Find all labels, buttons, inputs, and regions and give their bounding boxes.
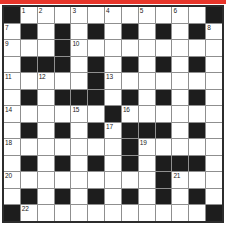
white-cell[interactable]: 13 [105,73,121,89]
clue-number: 12 [39,73,46,80]
black-cell [21,156,37,172]
crossword-page: 12345678910111213141516171819202122 [0,0,226,225]
white-cell[interactable] [156,7,172,23]
white-cell[interactable] [189,139,205,155]
black-cell [206,205,222,221]
white-cell[interactable] [71,156,87,172]
white-cell[interactable]: 20 [4,172,20,188]
white-cell[interactable] [206,57,222,73]
white-cell[interactable]: 9 [4,40,20,56]
black-cell [55,156,71,172]
white-cell[interactable]: 21 [172,172,188,188]
white-cell[interactable]: 8 [206,24,222,40]
white-cell[interactable] [172,40,188,56]
clue-number: 9 [5,40,8,47]
white-cell[interactable] [88,172,104,188]
clue-number: 22 [22,205,29,212]
white-cell[interactable] [55,205,71,221]
black-cell [21,24,37,40]
white-cell[interactable] [189,172,205,188]
white-cell[interactable] [88,106,104,122]
white-cell[interactable]: 5 [139,7,155,23]
white-cell[interactable] [71,172,87,188]
white-cell[interactable] [88,205,104,221]
white-cell[interactable] [38,172,54,188]
white-cell[interactable] [38,106,54,122]
clue-number: 4 [106,7,109,14]
clue-number: 13 [106,73,113,80]
white-cell[interactable] [189,40,205,56]
white-cell[interactable] [21,40,37,56]
white-cell[interactable]: 7 [4,24,20,40]
black-cell [88,90,104,106]
white-cell[interactable] [105,40,121,56]
black-cell [156,172,172,188]
white-cell[interactable] [189,205,205,221]
white-cell[interactable] [156,139,172,155]
clue-number: 3 [72,7,75,14]
white-cell[interactable] [105,189,121,205]
white-cell[interactable] [139,172,155,188]
white-cell[interactable] [172,90,188,106]
white-cell[interactable] [172,123,188,139]
white-cell[interactable]: 3 [71,7,87,23]
white-cell[interactable] [206,40,222,56]
white-cell[interactable] [71,205,87,221]
white-cell[interactable] [122,73,138,89]
white-cell[interactable] [38,205,54,221]
white-cell[interactable] [55,73,71,89]
white-cell[interactable] [55,139,71,155]
black-cell [139,123,155,139]
black-cell [122,156,138,172]
black-cell [4,205,20,221]
black-cell [55,40,71,56]
black-cell [21,189,37,205]
white-cell[interactable] [38,90,54,106]
white-cell[interactable] [206,172,222,188]
white-cell[interactable] [55,106,71,122]
white-cell[interactable] [206,106,222,122]
black-cell [88,57,104,73]
white-cell[interactable] [139,106,155,122]
black-cell [122,189,138,205]
white-cell[interactable] [4,90,20,106]
white-cell[interactable] [122,172,138,188]
white-cell[interactable] [88,7,104,23]
white-cell[interactable] [122,40,138,56]
white-cell[interactable] [156,40,172,56]
black-cell [122,90,138,106]
white-cell[interactable] [71,24,87,40]
white-cell[interactable]: 15 [71,106,87,122]
white-cell[interactable] [139,90,155,106]
white-cell[interactable] [21,139,37,155]
clue-number: 15 [72,106,79,113]
white-cell[interactable] [55,7,71,23]
white-cell[interactable] [71,123,87,139]
black-cell [55,24,71,40]
white-cell[interactable]: 6 [172,7,188,23]
black-cell [55,57,71,73]
clue-number: 10 [72,40,79,47]
white-cell[interactable] [206,90,222,106]
black-cell [88,156,104,172]
white-cell[interactable] [172,139,188,155]
white-cell[interactable] [172,189,188,205]
white-cell[interactable] [88,139,104,155]
white-cell[interactable] [206,139,222,155]
black-cell [189,189,205,205]
clue-number: 17 [106,123,113,130]
white-cell[interactable]: 18 [4,139,20,155]
white-cell[interactable] [38,139,54,155]
white-cell[interactable] [139,156,155,172]
white-cell[interactable] [71,189,87,205]
crossword-grid: 12345678910111213141516171819202122 [2,5,224,223]
white-cell[interactable]: 19 [139,139,155,155]
white-cell[interactable] [105,139,121,155]
white-cell[interactable] [172,24,188,40]
clue-number: 20 [5,172,12,179]
white-cell[interactable] [71,73,87,89]
black-cell [55,90,71,106]
white-cell[interactable]: 14 [4,106,20,122]
white-cell[interactable]: 11 [4,73,20,89]
white-cell[interactable] [172,106,188,122]
black-cell [21,57,37,73]
clue-number: 21 [173,172,180,179]
black-cell [189,90,205,106]
white-cell[interactable] [139,189,155,205]
white-cell[interactable] [206,73,222,89]
white-cell[interactable] [4,57,20,73]
black-cell [172,156,188,172]
white-cell[interactable]: 1 [21,7,37,23]
white-cell[interactable]: 12 [38,73,54,89]
white-cell[interactable]: 16 [122,106,138,122]
black-cell [88,24,104,40]
white-cell[interactable] [172,205,188,221]
clue-number: 16 [123,106,130,113]
black-cell [156,123,172,139]
top-accent-bar [0,0,226,4]
white-cell[interactable] [4,156,20,172]
white-cell[interactable] [38,40,54,56]
white-cell[interactable] [206,123,222,139]
clue-number: 14 [5,106,12,113]
white-cell[interactable] [189,106,205,122]
white-cell[interactable] [38,156,54,172]
clue-number: 11 [5,73,11,80]
black-cell [21,90,37,106]
clue-number: 5 [140,7,143,14]
black-cell [189,156,205,172]
white-cell[interactable] [189,7,205,23]
clue-number: 18 [5,139,12,146]
white-cell[interactable] [105,205,121,221]
clue-number: 8 [207,24,210,31]
black-cell [38,57,54,73]
black-cell [156,189,172,205]
clue-number: 1 [22,7,25,14]
black-cell [21,123,37,139]
white-cell[interactable] [21,73,37,89]
white-cell[interactable]: 4 [105,7,121,23]
black-cell [189,57,205,73]
black-cell [105,106,121,122]
white-cell[interactable] [122,7,138,23]
black-cell [156,156,172,172]
white-cell[interactable] [4,123,20,139]
white-cell[interactable] [172,57,188,73]
black-cell [55,189,71,205]
white-cell[interactable] [105,90,121,106]
white-cell[interactable]: 2 [38,7,54,23]
white-cell[interactable] [172,73,188,89]
white-cell[interactable] [156,106,172,122]
black-cell [122,123,138,139]
white-cell[interactable]: 10 [71,40,87,56]
black-cell [189,123,205,139]
white-cell[interactable] [4,189,20,205]
black-cell [71,90,87,106]
white-cell[interactable] [71,57,87,73]
white-cell[interactable] [156,205,172,221]
black-cell [122,139,138,155]
white-cell[interactable] [38,123,54,139]
white-cell[interactable] [206,189,222,205]
white-cell[interactable]: 22 [21,205,37,221]
white-cell[interactable] [139,24,155,40]
white-cell[interactable] [38,24,54,40]
black-cell [189,24,205,40]
black-cell [4,7,20,23]
white-cell[interactable] [105,172,121,188]
white-cell[interactable] [139,205,155,221]
black-cell [55,123,71,139]
black-cell [156,57,172,73]
white-cell[interactable] [38,189,54,205]
black-cell [88,73,104,89]
black-cell [88,123,104,139]
clue-number: 7 [5,24,8,31]
black-cell [122,57,138,73]
black-cell [156,90,172,106]
clue-number: 6 [173,7,176,14]
white-cell[interactable] [156,73,172,89]
black-cell [156,24,172,40]
white-cell[interactable] [139,73,155,89]
white-cell[interactable] [55,172,71,188]
white-cell[interactable] [206,156,222,172]
white-cell[interactable] [122,205,138,221]
white-cell[interactable] [21,106,37,122]
white-cell[interactable] [189,73,205,89]
white-cell[interactable] [139,57,155,73]
black-cell [206,7,222,23]
white-cell[interactable] [139,40,155,56]
black-cell [88,189,104,205]
clue-number: 2 [39,7,42,14]
black-cell [122,24,138,40]
white-cell[interactable] [105,156,121,172]
clue-number: 19 [140,139,147,146]
white-cell[interactable] [71,139,87,155]
white-cell[interactable] [105,57,121,73]
white-cell[interactable] [105,24,121,40]
white-cell[interactable]: 17 [105,123,121,139]
white-cell[interactable] [88,40,104,56]
white-cell[interactable] [21,172,37,188]
